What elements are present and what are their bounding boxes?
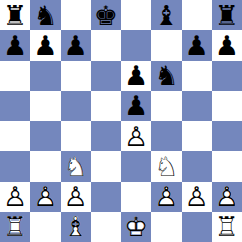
square-d2[interactable] bbox=[91, 182, 121, 212]
black-rook-icon: ♜ bbox=[212, 0, 242, 30]
square-e1[interactable]: ♚♔ bbox=[121, 212, 151, 242]
square-f7[interactable] bbox=[151, 30, 181, 60]
square-e8[interactable] bbox=[121, 0, 151, 30]
square-e5[interactable]: ♟ bbox=[121, 91, 151, 121]
square-c3[interactable]: ♞♘ bbox=[61, 151, 91, 181]
square-h7[interactable]: ♟ bbox=[212, 30, 242, 60]
square-f2[interactable]: ♟♙ bbox=[151, 182, 181, 212]
square-h5[interactable] bbox=[212, 91, 242, 121]
black-pawn-icon: ♟ bbox=[30, 30, 60, 60]
square-c8[interactable] bbox=[61, 0, 91, 30]
square-g2[interactable]: ♟♙ bbox=[182, 182, 212, 212]
white-pawn-icon: ♟♙ bbox=[30, 182, 60, 212]
square-h8[interactable]: ♜ bbox=[212, 0, 242, 30]
white-pawn-icon: ♟♙ bbox=[212, 182, 242, 212]
white-bishop-icon: ♝♗ bbox=[61, 212, 91, 242]
square-g1[interactable] bbox=[182, 212, 212, 242]
square-e3[interactable] bbox=[121, 151, 151, 181]
square-d4[interactable] bbox=[91, 121, 121, 151]
black-pawn-icon: ♟ bbox=[61, 30, 91, 60]
square-a6[interactable] bbox=[0, 61, 30, 91]
square-g5[interactable] bbox=[182, 91, 212, 121]
square-g7[interactable]: ♟ bbox=[182, 30, 212, 60]
square-c1[interactable]: ♝♗ bbox=[61, 212, 91, 242]
square-d8[interactable]: ♚ bbox=[91, 0, 121, 30]
square-a3[interactable] bbox=[0, 151, 30, 181]
white-pawn-icon: ♟♙ bbox=[61, 182, 91, 212]
square-c2[interactable]: ♟♙ bbox=[61, 182, 91, 212]
square-f6[interactable]: ♞ bbox=[151, 61, 181, 91]
white-pawn-icon: ♟♙ bbox=[182, 182, 212, 212]
black-pawn-icon: ♟ bbox=[0, 30, 30, 60]
square-e7[interactable] bbox=[121, 30, 151, 60]
square-d6[interactable] bbox=[91, 61, 121, 91]
white-pawn-icon: ♟♙ bbox=[121, 121, 151, 151]
square-f1[interactable] bbox=[151, 212, 181, 242]
square-f8[interactable]: ♝ bbox=[151, 0, 181, 30]
black-pawn-icon: ♟ bbox=[182, 30, 212, 60]
white-pawn-icon: ♟♙ bbox=[0, 182, 30, 212]
white-knight-icon: ♞♘ bbox=[61, 151, 91, 181]
white-rook-icon: ♜♖ bbox=[0, 212, 30, 242]
square-g4[interactable] bbox=[182, 121, 212, 151]
black-bishop-icon: ♝ bbox=[151, 0, 181, 30]
black-king-icon: ♚ bbox=[91, 0, 121, 30]
black-pawn-icon: ♟ bbox=[212, 30, 242, 60]
square-g6[interactable] bbox=[182, 61, 212, 91]
black-rook-icon: ♜ bbox=[0, 0, 30, 30]
square-g8[interactable] bbox=[182, 0, 212, 30]
chess-board: ♜♞♚♝♜♟♟♟♟♟♟♞♟♟♙♞♘♞♘♟♙♟♙♟♙♟♙♟♙♟♙♜♖♝♗♚♔♜♖ bbox=[0, 0, 242, 242]
square-f3[interactable]: ♞♘ bbox=[151, 151, 181, 181]
square-b2[interactable]: ♟♙ bbox=[30, 182, 60, 212]
square-f4[interactable] bbox=[151, 121, 181, 151]
square-e6[interactable]: ♟ bbox=[121, 61, 151, 91]
square-e4[interactable]: ♟♙ bbox=[121, 121, 151, 151]
square-b6[interactable] bbox=[30, 61, 60, 91]
square-c7[interactable]: ♟ bbox=[61, 30, 91, 60]
square-c5[interactable] bbox=[61, 91, 91, 121]
square-a4[interactable] bbox=[0, 121, 30, 151]
square-c4[interactable] bbox=[61, 121, 91, 151]
square-h3[interactable] bbox=[212, 151, 242, 181]
square-d3[interactable] bbox=[91, 151, 121, 181]
square-a1[interactable]: ♜♖ bbox=[0, 212, 30, 242]
square-b7[interactable]: ♟ bbox=[30, 30, 60, 60]
square-f5[interactable] bbox=[151, 91, 181, 121]
square-a7[interactable]: ♟ bbox=[0, 30, 30, 60]
square-h4[interactable] bbox=[212, 121, 242, 151]
black-knight-icon: ♞ bbox=[151, 61, 181, 91]
square-g3[interactable] bbox=[182, 151, 212, 181]
white-king-icon: ♚♔ bbox=[121, 212, 151, 242]
white-pawn-icon: ♟♙ bbox=[151, 182, 181, 212]
square-b1[interactable] bbox=[30, 212, 60, 242]
square-a5[interactable] bbox=[0, 91, 30, 121]
square-h6[interactable] bbox=[212, 61, 242, 91]
square-b5[interactable] bbox=[30, 91, 60, 121]
square-d5[interactable] bbox=[91, 91, 121, 121]
white-knight-icon: ♞♘ bbox=[151, 151, 181, 181]
black-knight-icon: ♞ bbox=[30, 0, 60, 30]
square-d1[interactable] bbox=[91, 212, 121, 242]
square-c6[interactable] bbox=[61, 61, 91, 91]
square-b8[interactable]: ♞ bbox=[30, 0, 60, 30]
white-rook-icon: ♜♖ bbox=[212, 212, 242, 242]
black-pawn-icon: ♟ bbox=[121, 91, 151, 121]
square-d7[interactable] bbox=[91, 30, 121, 60]
black-pawn-icon: ♟ bbox=[121, 61, 151, 91]
square-a2[interactable]: ♟♙ bbox=[0, 182, 30, 212]
square-e2[interactable] bbox=[121, 182, 151, 212]
square-h1[interactable]: ♜♖ bbox=[212, 212, 242, 242]
square-b4[interactable] bbox=[30, 121, 60, 151]
square-a8[interactable]: ♜ bbox=[0, 0, 30, 30]
square-h2[interactable]: ♟♙ bbox=[212, 182, 242, 212]
square-b3[interactable] bbox=[30, 151, 60, 181]
